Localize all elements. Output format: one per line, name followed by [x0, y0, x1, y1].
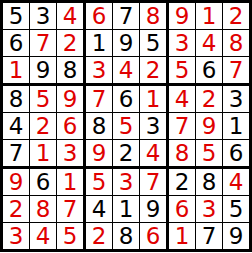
cell-r9c5-given[interactable]: 8 [113, 223, 140, 249]
cell-r6c7-solved[interactable]: 8 [169, 140, 196, 169]
board-row-2: 672195348 [3, 30, 249, 57]
cell-r6c4-solved[interactable]: 9 [86, 140, 113, 169]
cell-r9c2-solved[interactable]: 4 [30, 223, 57, 249]
cell-r9c4-solved[interactable]: 2 [86, 223, 113, 249]
cell-r1c1-given[interactable]: 5 [3, 3, 30, 30]
sudoku-board: 5346789126721953481983425678597614234268… [0, 0, 252, 252]
cell-r3c3-given[interactable]: 8 [57, 57, 86, 86]
cell-r7c7-given[interactable]: 2 [169, 169, 196, 196]
cell-r6c8-solved[interactable]: 5 [196, 140, 223, 169]
cell-r7c5-solved[interactable]: 3 [113, 169, 140, 196]
cell-r3c1-solved[interactable]: 1 [3, 57, 30, 86]
cell-r4c2-solved[interactable]: 5 [30, 86, 57, 113]
cell-r9c8-given[interactable]: 7 [196, 223, 223, 249]
cell-r1c4-solved[interactable]: 6 [86, 3, 113, 30]
board-row-8: 287419635 [3, 196, 249, 223]
cell-r1c3-solved[interactable]: 4 [57, 3, 86, 30]
cell-r6c6-solved[interactable]: 4 [140, 140, 169, 169]
cell-r9c9-given[interactable]: 9 [223, 223, 249, 249]
cell-r8c3-solved[interactable]: 7 [57, 196, 86, 223]
cell-r5c8-solved[interactable]: 9 [196, 113, 223, 140]
cell-r2c5-given[interactable]: 9 [113, 30, 140, 57]
cell-r5c4-given[interactable]: 8 [86, 113, 113, 140]
board-row-1: 534678912 [3, 3, 249, 30]
cell-r9c1-solved[interactable]: 3 [3, 223, 30, 249]
cell-r8c8-solved[interactable]: 3 [196, 196, 223, 223]
board-row-9: 345286179 [3, 223, 249, 249]
cell-r2c4-given[interactable]: 1 [86, 30, 113, 57]
cell-r4c4-solved[interactable]: 7 [86, 86, 113, 113]
cell-r4c1-given[interactable]: 8 [3, 86, 30, 113]
cell-r4c9-given[interactable]: 3 [223, 86, 249, 113]
cell-r7c4-solved[interactable]: 5 [86, 169, 113, 196]
cell-r3c4-solved[interactable]: 3 [86, 57, 113, 86]
cell-r1c9-solved[interactable]: 2 [223, 3, 249, 30]
cell-r1c7-solved[interactable]: 9 [169, 3, 196, 30]
cell-r3c6-solved[interactable]: 2 [140, 57, 169, 86]
cell-r3c8-given[interactable]: 6 [196, 57, 223, 86]
cell-r6c5-given[interactable]: 2 [113, 140, 140, 169]
cell-r6c9-given[interactable]: 6 [223, 140, 249, 169]
cell-r8c2-solved[interactable]: 8 [30, 196, 57, 223]
cell-r7c2-given[interactable]: 6 [30, 169, 57, 196]
cell-r4c3-solved[interactable]: 9 [57, 86, 86, 113]
board-row-4: 859761423 [3, 86, 249, 113]
cell-r4c6-solved[interactable]: 1 [140, 86, 169, 113]
cell-r5c6-given[interactable]: 3 [140, 113, 169, 140]
cell-r5c5-solved[interactable]: 5 [113, 113, 140, 140]
cell-r5c2-solved[interactable]: 2 [30, 113, 57, 140]
board-row-6: 713924856 [3, 140, 249, 169]
cell-r2c6-given[interactable]: 5 [140, 30, 169, 57]
cell-r7c6-solved[interactable]: 7 [140, 169, 169, 196]
board-row-7: 961537284 [3, 169, 249, 196]
cell-r8c9-given[interactable]: 5 [223, 196, 249, 223]
cell-r8c7-solved[interactable]: 6 [169, 196, 196, 223]
cell-r1c8-solved[interactable]: 1 [196, 3, 223, 30]
cell-r5c9-given[interactable]: 1 [223, 113, 249, 140]
cell-r3c9-solved[interactable]: 7 [223, 57, 249, 86]
cell-r1c5-given[interactable]: 7 [113, 3, 140, 30]
cell-r5c1-given[interactable]: 4 [3, 113, 30, 140]
cell-r8c4-given[interactable]: 4 [86, 196, 113, 223]
cell-r5c3-solved[interactable]: 6 [57, 113, 86, 140]
cell-r2c1-given[interactable]: 6 [3, 30, 30, 57]
board-row-3: 198342567 [3, 57, 249, 86]
cell-r6c2-solved[interactable]: 1 [30, 140, 57, 169]
cell-r7c1-solved[interactable]: 9 [3, 169, 30, 196]
cell-r8c5-given[interactable]: 1 [113, 196, 140, 223]
cell-r6c1-given[interactable]: 7 [3, 140, 30, 169]
cell-r3c2-given[interactable]: 9 [30, 57, 57, 86]
cell-r4c8-solved[interactable]: 2 [196, 86, 223, 113]
cell-r2c3-solved[interactable]: 2 [57, 30, 86, 57]
cell-r7c3-solved[interactable]: 1 [57, 169, 86, 196]
cell-r4c7-solved[interactable]: 4 [169, 86, 196, 113]
cell-r7c8-given[interactable]: 8 [196, 169, 223, 196]
cell-r2c9-solved[interactable]: 8 [223, 30, 249, 57]
cell-r7c9-solved[interactable]: 4 [223, 169, 249, 196]
cell-r9c6-solved[interactable]: 6 [140, 223, 169, 249]
cell-r6c3-solved[interactable]: 3 [57, 140, 86, 169]
cell-r3c7-solved[interactable]: 5 [169, 57, 196, 86]
cell-r2c8-solved[interactable]: 4 [196, 30, 223, 57]
cell-r8c1-solved[interactable]: 2 [3, 196, 30, 223]
cell-r9c7-solved[interactable]: 1 [169, 223, 196, 249]
cell-r8c6-given[interactable]: 9 [140, 196, 169, 223]
cell-r4c5-given[interactable]: 6 [113, 86, 140, 113]
cell-r5c7-solved[interactable]: 7 [169, 113, 196, 140]
board-row-5: 426853791 [3, 113, 249, 140]
cell-r9c3-solved[interactable]: 5 [57, 223, 86, 249]
cell-r1c6-solved[interactable]: 8 [140, 3, 169, 30]
cell-r2c2-solved[interactable]: 7 [30, 30, 57, 57]
cell-r1c2-given[interactable]: 3 [30, 3, 57, 30]
cell-r2c7-solved[interactable]: 3 [169, 30, 196, 57]
cell-r3c5-solved[interactable]: 4 [113, 57, 140, 86]
